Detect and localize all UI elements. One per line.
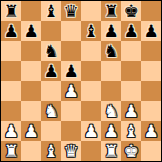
square-b3[interactable] <box>21 101 41 121</box>
white-pawn-g3: ♟ <box>123 101 138 121</box>
white-knight-c3: ♞ <box>43 101 58 121</box>
square-d4[interactable]: ♟ <box>61 81 81 101</box>
square-a4[interactable] <box>1 81 21 101</box>
square-b8[interactable] <box>21 1 41 21</box>
square-d1[interactable]: ♛ <box>61 141 81 161</box>
square-h8[interactable] <box>141 1 161 21</box>
square-e1[interactable] <box>81 141 101 161</box>
black-pawn-b7: ♟ <box>23 21 38 41</box>
white-pawn-f2: ♟ <box>103 121 118 141</box>
square-e5[interactable] <box>81 61 101 81</box>
square-b4[interactable] <box>21 81 41 101</box>
black-knight-f6: ♞ <box>103 41 118 61</box>
black-pawn-f7: ♟ <box>103 21 118 41</box>
square-a2[interactable]: ♟ <box>1 121 21 141</box>
square-g5[interactable] <box>121 61 141 81</box>
square-e4[interactable] <box>81 81 101 101</box>
white-knight-f3: ♞ <box>103 101 118 121</box>
square-h4[interactable] <box>141 81 161 101</box>
square-c8[interactable]: ♝ <box>41 1 61 21</box>
black-pawn-d5: ♟ <box>63 61 78 81</box>
square-a3[interactable] <box>1 101 21 121</box>
black-bishop-c8: ♝ <box>43 1 58 21</box>
white-bishop-g2: ♝ <box>123 121 138 141</box>
square-g8[interactable]: ♚ <box>121 1 141 21</box>
white-pawn-h2: ♟ <box>143 121 158 141</box>
square-b7[interactable]: ♟ <box>21 21 41 41</box>
square-c7[interactable] <box>41 21 61 41</box>
square-e8[interactable] <box>81 1 101 21</box>
square-g1[interactable]: ♚ <box>121 141 141 161</box>
square-g4[interactable] <box>121 81 141 101</box>
white-pawn-a2: ♟ <box>3 121 18 141</box>
square-d5[interactable]: ♟ <box>61 61 81 81</box>
black-bishop-e7: ♝ <box>83 21 98 41</box>
square-g2[interactable]: ♝ <box>121 121 141 141</box>
square-h1[interactable] <box>141 141 161 161</box>
square-b5[interactable] <box>21 61 41 81</box>
square-h7[interactable]: ♟ <box>141 21 161 41</box>
square-d8[interactable]: ♛ <box>61 1 81 21</box>
white-pawn-d4: ♟ <box>63 81 78 101</box>
square-h5[interactable] <box>141 61 161 81</box>
square-f8[interactable]: ♜ <box>101 1 121 21</box>
white-pawn-e2: ♟ <box>83 121 98 141</box>
square-a5[interactable] <box>1 61 21 81</box>
black-queen-d8: ♛ <box>63 1 78 21</box>
black-rook-a8: ♜ <box>3 1 18 21</box>
square-b6[interactable] <box>21 41 41 61</box>
square-a8[interactable]: ♜ <box>1 1 21 21</box>
square-f7[interactable]: ♟ <box>101 21 121 41</box>
black-pawn-a7: ♟ <box>3 21 18 41</box>
square-h6[interactable] <box>141 41 161 61</box>
square-e7[interactable]: ♝ <box>81 21 101 41</box>
white-king-g1: ♚ <box>123 141 138 161</box>
square-e3[interactable] <box>81 101 101 121</box>
square-f4[interactable] <box>101 81 121 101</box>
square-c3[interactable]: ♞ <box>41 101 61 121</box>
square-c5[interactable]: ♟ <box>41 61 61 81</box>
square-d3[interactable] <box>61 101 81 121</box>
square-c1[interactable]: ♝ <box>41 141 61 161</box>
white-queen-d1: ♛ <box>63 141 78 161</box>
white-rook-f1: ♜ <box>103 141 118 161</box>
white-bishop-c1: ♝ <box>43 141 58 161</box>
square-h2[interactable]: ♟ <box>141 121 161 141</box>
black-pawn-g7: ♟ <box>123 21 138 41</box>
square-c6[interactable]: ♞ <box>41 41 61 61</box>
square-d6[interactable] <box>61 41 81 61</box>
white-rook-a1: ♜ <box>3 141 18 161</box>
square-d7[interactable] <box>61 21 81 41</box>
square-e6[interactable] <box>81 41 101 61</box>
black-pawn-h7: ♟ <box>143 21 158 41</box>
square-c2[interactable] <box>41 121 61 141</box>
square-f1[interactable]: ♜ <box>101 141 121 161</box>
square-g3[interactable]: ♟ <box>121 101 141 121</box>
black-king-g8: ♚ <box>123 1 138 21</box>
square-f5[interactable] <box>101 61 121 81</box>
square-c4[interactable] <box>41 81 61 101</box>
square-a7[interactable]: ♟ <box>1 21 21 41</box>
square-g7[interactable]: ♟ <box>121 21 141 41</box>
square-g6[interactable] <box>121 41 141 61</box>
square-f2[interactable]: ♟ <box>101 121 121 141</box>
chess-board: ♜♝♛♜♚♟♟♝♟♟♟♞♞♟♟♟♞♞♟♟♟♟♟♝♟♜♝♛♜♚ <box>1 1 161 161</box>
square-a1[interactable]: ♜ <box>1 141 21 161</box>
square-h3[interactable] <box>141 101 161 121</box>
black-rook-f8: ♜ <box>103 1 118 21</box>
black-pawn-c5: ♟ <box>43 61 58 81</box>
square-f3[interactable]: ♞ <box>101 101 121 121</box>
chess-board-frame: ♜♝♛♜♚♟♟♝♟♟♟♞♞♟♟♟♞♞♟♟♟♟♟♝♟♜♝♛♜♚ <box>0 0 162 162</box>
square-e2[interactable]: ♟ <box>81 121 101 141</box>
square-f6[interactable]: ♞ <box>101 41 121 61</box>
square-b1[interactable] <box>21 141 41 161</box>
white-pawn-b2: ♟ <box>23 121 38 141</box>
square-d2[interactable] <box>61 121 81 141</box>
square-a6[interactable] <box>1 41 21 61</box>
black-knight-c6: ♞ <box>43 41 58 61</box>
square-b2[interactable]: ♟ <box>21 121 41 141</box>
